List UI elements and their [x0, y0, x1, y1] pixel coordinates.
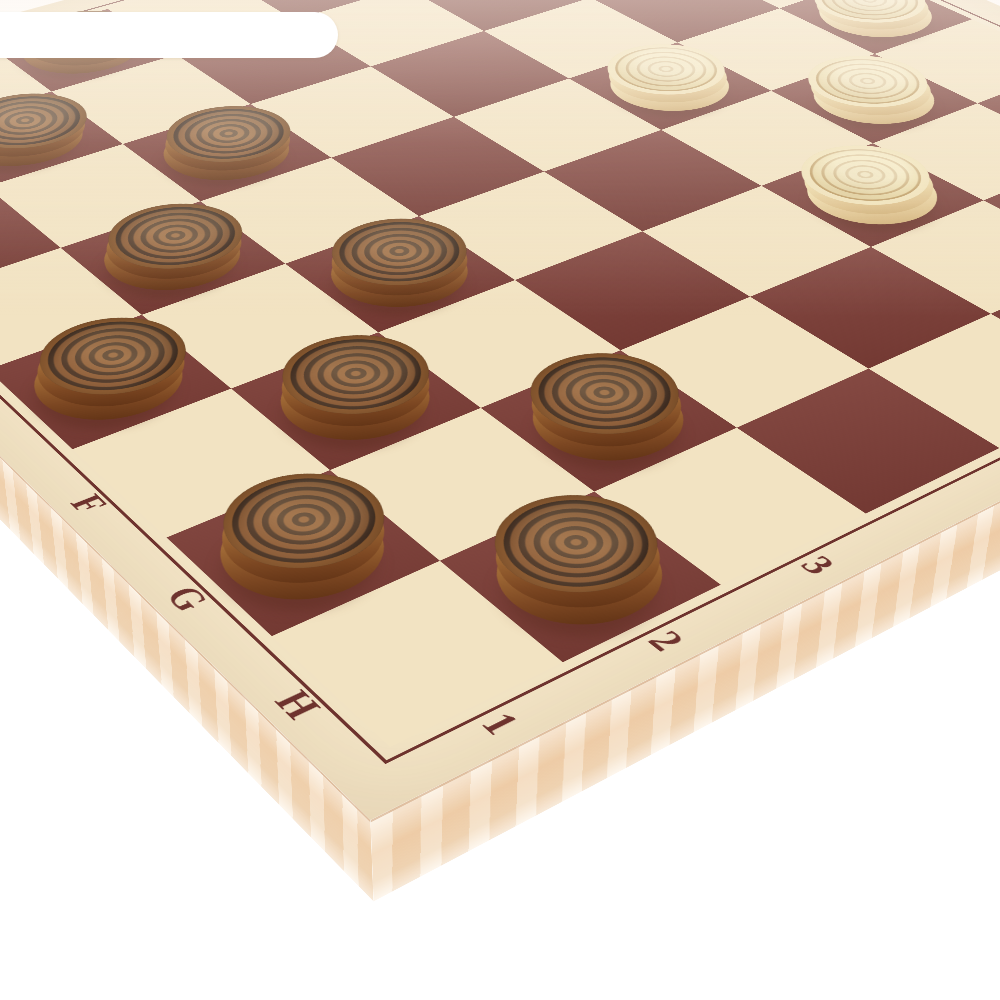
rank-label-3: 3	[794, 551, 843, 578]
rank-label-1: 1	[474, 707, 528, 740]
file-label-G: G	[158, 581, 216, 616]
file-label-H: H	[267, 685, 329, 724]
photo-scene: FGH123	[0, 0, 1000, 1000]
rank-label-2: 2	[641, 626, 692, 656]
file-label-F: F	[63, 490, 115, 518]
watermark-banner	[0, 12, 338, 58]
board-top-surface: FGH123	[0, 0, 1000, 820]
